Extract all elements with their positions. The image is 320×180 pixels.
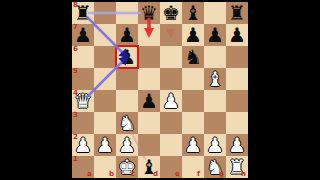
file-label-c: c — [131, 171, 135, 178]
file-label-a: a — [87, 171, 92, 178]
square-g4[interactable] — [204, 90, 226, 112]
square-b8[interactable] — [94, 2, 116, 24]
square-h2[interactable]: ♟ — [226, 134, 248, 156]
rank-label-5: 5 — [73, 68, 78, 75]
square-f1[interactable] — [182, 156, 204, 178]
square-f7[interactable]: ♟ — [182, 24, 204, 46]
square-d7[interactable] — [138, 24, 160, 46]
square-b7[interactable] — [94, 24, 116, 46]
square-e5[interactable] — [160, 68, 182, 90]
black-queen-d8[interactable]: ♛ — [138, 2, 160, 24]
square-d2[interactable] — [138, 134, 160, 156]
file-label-f: f — [197, 171, 200, 178]
square-g2[interactable]: ♟ — [204, 134, 226, 156]
rank-label-8: 8 — [73, 2, 78, 9]
square-e2[interactable] — [160, 134, 182, 156]
file-label-b: b — [109, 171, 114, 178]
square-c5[interactable] — [116, 68, 138, 90]
black-king-e8[interactable]: ♚ — [160, 2, 182, 24]
square-g7[interactable]: ♟ — [204, 24, 226, 46]
file-label-e: e — [175, 171, 180, 178]
square-h3[interactable] — [226, 112, 248, 134]
file-label-h: h — [241, 171, 246, 178]
black-pawn-f7[interactable]: ♟ — [182, 24, 204, 46]
square-e8[interactable]: ♚ — [160, 2, 182, 24]
black-rook-h8[interactable]: ♜ — [226, 2, 248, 24]
white-knight-c3[interactable]: ♞ — [116, 112, 138, 134]
square-e3[interactable] — [160, 112, 182, 134]
rank-label-6: 6 — [73, 46, 78, 53]
square-b6[interactable] — [94, 46, 116, 68]
white-pawn-b2[interactable]: ♟ — [94, 134, 116, 156]
square-h7[interactable]: ♟ — [226, 24, 248, 46]
white-pawn-e4[interactable]: ♟ — [160, 90, 182, 112]
rank-label-4: 4 — [73, 90, 78, 97]
square-c7[interactable]: ♟ — [116, 24, 138, 46]
video-frame: ♜♛♚♝♜♟♟♟♟♟♟♞♝♛♟♟♞♟♟♟♟♟♟♚♝♞♜87654321abcde… — [0, 0, 320, 180]
square-h5[interactable] — [226, 68, 248, 90]
square-c4[interactable] — [116, 90, 138, 112]
square-h8[interactable]: ♜ — [226, 2, 248, 24]
white-bishop-g5[interactable]: ♝ — [204, 68, 226, 90]
rank-label-2: 2 — [73, 134, 78, 141]
square-d6[interactable] — [138, 46, 160, 68]
square-h4[interactable] — [226, 90, 248, 112]
square-f3[interactable] — [182, 112, 204, 134]
black-pawn-g7[interactable]: ♟ — [204, 24, 226, 46]
square-b5[interactable] — [94, 68, 116, 90]
square-d8[interactable]: ♛ — [138, 2, 160, 24]
square-e7[interactable] — [160, 24, 182, 46]
black-pawn-h7[interactable]: ♟ — [226, 24, 248, 46]
square-g6[interactable] — [204, 46, 226, 68]
black-pawn-c7[interactable]: ♟ — [116, 24, 138, 46]
chess-board[interactable]: ♜♛♚♝♜♟♟♟♟♟♟♞♝♛♟♟♞♟♟♟♟♟♟♚♝♞♜87654321abcde… — [72, 2, 248, 178]
square-b3[interactable] — [94, 112, 116, 134]
square-g3[interactable] — [204, 112, 226, 134]
square-b4[interactable] — [94, 90, 116, 112]
square-d4[interactable]: ♟ — [138, 90, 160, 112]
rank-label-1: 1 — [73, 156, 78, 163]
square-f2[interactable]: ♟ — [182, 134, 204, 156]
rank-label-7: 7 — [73, 24, 78, 31]
black-bishop-f8[interactable]: ♝ — [182, 2, 204, 24]
square-c6[interactable]: ♟ — [116, 46, 138, 68]
square-b2[interactable]: ♟ — [94, 134, 116, 156]
black-knight-f6[interactable]: ♞ — [182, 46, 204, 68]
square-c2[interactable]: ♟ — [116, 134, 138, 156]
square-d3[interactable] — [138, 112, 160, 134]
square-f4[interactable] — [182, 90, 204, 112]
square-f5[interactable] — [182, 68, 204, 90]
white-pawn-g2[interactable]: ♟ — [204, 134, 226, 156]
file-label-d: d — [153, 171, 158, 178]
square-c3[interactable]: ♞ — [116, 112, 138, 134]
square-h6[interactable] — [226, 46, 248, 68]
square-f8[interactable]: ♝ — [182, 2, 204, 24]
square-e4[interactable]: ♟ — [160, 90, 182, 112]
white-pawn-c2[interactable]: ♟ — [116, 134, 138, 156]
square-f6[interactable]: ♞ — [182, 46, 204, 68]
square-c8[interactable] — [116, 2, 138, 24]
square-d5[interactable] — [138, 68, 160, 90]
square-g8[interactable] — [204, 2, 226, 24]
black-pawn-d4[interactable]: ♟ — [138, 90, 160, 112]
square-g5[interactable]: ♝ — [204, 68, 226, 90]
white-pawn-h2[interactable]: ♟ — [226, 134, 248, 156]
white-pawn-f2[interactable]: ♟ — [182, 134, 204, 156]
square-e6[interactable] — [160, 46, 182, 68]
file-label-g: g — [219, 171, 224, 178]
rank-label-3: 3 — [73, 112, 78, 119]
black-pawn-c6[interactable]: ♟ — [116, 46, 138, 68]
